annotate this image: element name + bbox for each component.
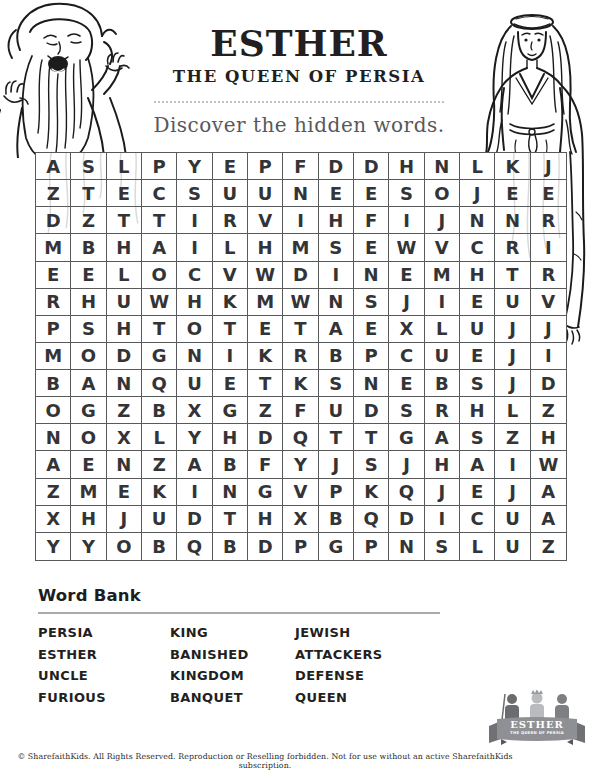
grid-cell[interactable]: E <box>460 343 495 370</box>
word-bank-column: PERSIA ESTHER UNCLE FURIOUS <box>38 622 170 708</box>
grid-cell[interactable]: S <box>177 180 212 207</box>
grid-cell[interactable]: G <box>213 397 248 424</box>
grid-cell[interactable]: N <box>107 451 142 478</box>
grid-cell[interactable]: A <box>460 451 495 478</box>
grid-cell[interactable]: C <box>460 506 495 533</box>
word-bank-column: KING BANISHED KINGDOM BANQUET <box>170 622 295 708</box>
word-bank-item: KINGDOM <box>170 665 295 687</box>
grid-cell[interactable]: E <box>354 234 389 261</box>
grid-cell[interactable]: X <box>283 506 318 533</box>
grid-cell[interactable]: S <box>425 533 460 560</box>
grid-cell[interactable]: U <box>142 506 177 533</box>
grid-cell[interactable]: Z <box>142 451 177 478</box>
grid-cell[interactable]: J <box>107 506 142 533</box>
grid-cell[interactable]: N <box>354 370 389 397</box>
grid-cell[interactable]: M <box>71 479 106 506</box>
grid-cell[interactable]: B <box>425 370 460 397</box>
sharefaith-esther-badge: ESTHER THE QUEEN OF PERSIA <box>489 690 585 748</box>
grid-cell[interactable]: R <box>36 289 71 316</box>
grid-cell[interactable]: N <box>354 262 389 289</box>
grid-cell[interactable]: N <box>283 180 318 207</box>
grid-cell[interactable]: N <box>213 479 248 506</box>
grid-cell[interactable]: C <box>460 234 495 261</box>
grid-cell[interactable]: Z <box>495 424 530 451</box>
grid-cell[interactable]: T <box>495 262 530 289</box>
grid-cell[interactable]: M <box>425 262 460 289</box>
grid-cell[interactable]: Z <box>71 207 106 234</box>
grid-cell[interactable]: W <box>389 234 424 261</box>
grid-cell[interactable]: C <box>142 180 177 207</box>
grid-cell[interactable]: A <box>71 370 106 397</box>
word-bank-item: BANQUET <box>170 687 295 709</box>
grid-cell[interactable]: U <box>248 180 283 207</box>
grid-cell[interactable]: Y <box>36 533 71 560</box>
grid-cell[interactable]: E <box>389 262 424 289</box>
grid-cell[interactable]: T <box>142 316 177 343</box>
grid-cell[interactable]: X <box>107 424 142 451</box>
grid-cell[interactable]: Z <box>36 180 71 207</box>
grid-cell[interactable]: T <box>319 424 354 451</box>
grid-cell[interactable]: J <box>531 316 566 343</box>
grid-cell[interactable]: O <box>142 262 177 289</box>
grid-cell[interactable]: S <box>460 370 495 397</box>
grid-cell[interactable]: E <box>319 180 354 207</box>
grid-cell[interactable]: B <box>36 370 71 397</box>
grid-cell[interactable]: L <box>460 533 495 560</box>
grid-cell[interactable]: J <box>495 370 530 397</box>
grid-cell[interactable]: H <box>248 506 283 533</box>
grid-cell[interactable]: K <box>495 153 530 180</box>
grid-cell[interactable]: O <box>71 343 106 370</box>
page-subtitle: THE QUEEN OF PERSIA <box>0 69 598 86</box>
grid-cell[interactable]: S <box>354 451 389 478</box>
grid-cell[interactable]: O <box>107 533 142 560</box>
word-bank-item: QUEEN <box>295 687 383 709</box>
grid-cell[interactable]: A <box>36 451 71 478</box>
grid-cell[interactable]: S <box>389 397 424 424</box>
word-bank: Word Bank PERSIA ESTHER UNCLE FURIOUS KI… <box>38 586 508 708</box>
grid-cell[interactable]: L <box>213 234 248 261</box>
grid-cell[interactable]: Z <box>531 533 566 560</box>
grid-cell[interactable]: D <box>283 262 318 289</box>
grid-cell[interactable]: F <box>248 451 283 478</box>
grid-cell[interactable]: B <box>319 506 354 533</box>
grid-cell[interactable]: W <box>248 262 283 289</box>
grid-cell[interactable]: E <box>531 180 566 207</box>
word-bank-item: JEWISH <box>295 622 383 644</box>
grid-cell[interactable]: N <box>460 207 495 234</box>
page-title: ESTHER <box>0 25 598 61</box>
grid-cell[interactable]: I <box>495 451 530 478</box>
grid-cell[interactable]: J <box>389 289 424 316</box>
grid-cell[interactable]: E <box>71 262 106 289</box>
grid-cell[interactable]: T <box>142 207 177 234</box>
grid-cell[interactable]: A <box>142 234 177 261</box>
grid-cell[interactable]: B <box>213 533 248 560</box>
word-bank-item: FURIOUS <box>38 687 170 709</box>
grid-cell[interactable]: V <box>531 289 566 316</box>
grid-cell[interactable]: V <box>248 207 283 234</box>
grid-cell[interactable]: D <box>319 153 354 180</box>
grid-cell[interactable]: I <box>213 343 248 370</box>
grid-cell[interactable]: W <box>531 451 566 478</box>
grid-cell[interactable]: X <box>177 397 212 424</box>
grid-cell[interactable]: E <box>354 180 389 207</box>
grid-cell[interactable]: A <box>531 479 566 506</box>
grid-cell[interactable]: S <box>71 316 106 343</box>
grid-cell[interactable]: H <box>319 207 354 234</box>
grid-cell[interactable]: C <box>177 262 212 289</box>
grid-cell[interactable]: V <box>283 479 318 506</box>
grid-cell[interactable]: H <box>248 234 283 261</box>
grid-cell[interactable]: H <box>107 316 142 343</box>
grid-cell[interactable]: G <box>71 397 106 424</box>
grid-cell[interactable]: N <box>319 289 354 316</box>
grid-cell[interactable]: T <box>213 316 248 343</box>
badge-subtitle: THE QUEEN OF PERSIA <box>489 730 585 735</box>
grid-cell[interactable]: P <box>354 533 389 560</box>
grid-cell[interactable]: Q <box>389 479 424 506</box>
grid-cell[interactable]: S <box>319 370 354 397</box>
grid-cell[interactable]: J <box>425 479 460 506</box>
grid-cell[interactable]: N <box>177 343 212 370</box>
grid-cell[interactable]: O <box>71 424 106 451</box>
grid-cell[interactable]: I <box>283 207 318 234</box>
grid-cell[interactable]: H <box>107 234 142 261</box>
word-bank-rule <box>38 612 440 614</box>
grid-cell[interactable]: I <box>531 234 566 261</box>
grid-cell[interactable]: D <box>36 207 71 234</box>
grid-cell[interactable]: D <box>248 533 283 560</box>
grid-cell[interactable]: L <box>142 424 177 451</box>
grid-cell[interactable]: M <box>248 289 283 316</box>
grid-cell[interactable]: Z <box>107 397 142 424</box>
grid-cell[interactable]: Z <box>531 397 566 424</box>
grid-cell[interactable]: D <box>177 506 212 533</box>
grid-cell[interactable]: P <box>319 479 354 506</box>
grid-cell[interactable]: J <box>495 479 530 506</box>
grid-cell[interactable]: U <box>460 316 495 343</box>
grid-cell[interactable]: L <box>107 262 142 289</box>
grid-cell[interactable]: X <box>389 316 424 343</box>
grid-cell[interactable]: I <box>177 234 212 261</box>
grid-cell[interactable]: K <box>142 479 177 506</box>
copyright-text: © SharefaithKids. All Rights Reserved. R… <box>0 752 530 770</box>
word-search-grid: ASLPYEPFDDHNLKJZTECSUUNEESOJEEDZTTIRVIHF… <box>36 153 566 560</box>
grid-cell[interactable]: M <box>283 234 318 261</box>
grid-cell[interactable]: O <box>36 397 71 424</box>
grid-cell[interactable]: A <box>177 451 212 478</box>
grid-cell[interactable]: T <box>354 424 389 451</box>
word-search-board: ASLPYEPFDDHNLKJZTECSUUNEESOJEEDZTTIRVIHF… <box>35 152 567 561</box>
grid-cell[interactable]: S <box>389 180 424 207</box>
grid-cell[interactable]: J <box>389 451 424 478</box>
grid-cell[interactable]: U <box>495 289 530 316</box>
dotted-divider <box>154 101 444 103</box>
grid-cell[interactable]: T <box>213 506 248 533</box>
word-bank-item: PERSIA <box>38 622 170 644</box>
grid-cell[interactable]: E <box>107 180 142 207</box>
grid-cell[interactable]: D <box>389 506 424 533</box>
grid-cell[interactable]: O <box>177 316 212 343</box>
grid-cell[interactable]: U <box>107 289 142 316</box>
grid-cell[interactable]: Z <box>36 479 71 506</box>
grid-cell[interactable]: Z <box>248 397 283 424</box>
grid-cell[interactable]: I <box>319 262 354 289</box>
grid-cell[interactable]: V <box>425 234 460 261</box>
grid-cell[interactable]: K <box>213 289 248 316</box>
badge-title: ESTHER <box>489 719 585 730</box>
grid-cell[interactable]: E <box>107 479 142 506</box>
grid-cell[interactable]: W <box>283 289 318 316</box>
grid-cell[interactable]: Q <box>142 370 177 397</box>
grid-cell[interactable]: E <box>213 153 248 180</box>
grid-cell[interactable]: I <box>531 343 566 370</box>
grid-cell[interactable]: R <box>425 397 460 424</box>
grid-cell[interactable]: X <box>36 506 71 533</box>
grid-cell[interactable]: H <box>389 153 424 180</box>
grid-cell[interactable]: A <box>425 424 460 451</box>
grid-cell[interactable]: E <box>213 370 248 397</box>
grid-cell[interactable]: H <box>460 262 495 289</box>
grid-cell[interactable]: N <box>495 207 530 234</box>
grid-cell[interactable]: E <box>354 316 389 343</box>
grid-cell[interactable]: A <box>319 316 354 343</box>
word-bank-item: ESTHER <box>38 644 170 666</box>
grid-cell[interactable]: I <box>177 479 212 506</box>
grid-cell[interactable]: J <box>531 153 566 180</box>
grid-cell[interactable]: L <box>425 316 460 343</box>
grid-cell[interactable]: I <box>425 289 460 316</box>
word-bank-item: BANISHED <box>170 644 295 666</box>
grid-cell[interactable]: Q <box>354 506 389 533</box>
grid-cell[interactable]: R <box>531 207 566 234</box>
word-bank-item: ATTACKERS <box>295 644 383 666</box>
grid-cell[interactable]: P <box>36 316 71 343</box>
grid-cell[interactable]: U <box>495 533 530 560</box>
grid-cell[interactable]: B <box>71 234 106 261</box>
grid-cell[interactable]: G <box>142 343 177 370</box>
grid-cell[interactable]: U <box>495 506 530 533</box>
grid-cell[interactable]: K <box>248 343 283 370</box>
grid-cell[interactable]: N <box>425 153 460 180</box>
word-bank-heading: Word Bank <box>38 586 508 605</box>
grid-cell[interactable]: T <box>283 316 318 343</box>
grid-cell[interactable]: E <box>36 262 71 289</box>
grid-cell[interactable]: L <box>107 153 142 180</box>
grid-cell[interactable]: Y <box>71 533 106 560</box>
grid-cell[interactable]: B <box>142 533 177 560</box>
grid-cell[interactable]: G <box>389 424 424 451</box>
grid-cell[interactable]: E <box>460 289 495 316</box>
grid-cell[interactable]: R <box>531 262 566 289</box>
grid-cell[interactable]: F <box>354 207 389 234</box>
word-bank-item: DEFENSE <box>295 665 383 687</box>
grid-cell[interactable]: P <box>248 153 283 180</box>
grid-cell[interactable]: R <box>283 343 318 370</box>
grid-cell[interactable]: F <box>283 397 318 424</box>
grid-cell[interactable]: E <box>389 370 424 397</box>
grid-cell[interactable]: W <box>142 289 177 316</box>
grid-cell[interactable]: D <box>531 370 566 397</box>
grid-cell[interactable]: Y <box>283 451 318 478</box>
grid-cell[interactable]: I <box>425 506 460 533</box>
grid-cell[interactable]: J <box>425 207 460 234</box>
grid-cell[interactable]: H <box>531 424 566 451</box>
grid-cell[interactable]: B <box>213 451 248 478</box>
grid-cell[interactable]: S <box>460 424 495 451</box>
grid-cell[interactable]: J <box>319 451 354 478</box>
grid-cell[interactable]: I <box>177 207 212 234</box>
grid-cell[interactable]: E <box>71 451 106 478</box>
grid-cell[interactable]: J <box>495 343 530 370</box>
grid-cell[interactable]: V <box>213 262 248 289</box>
grid-cell[interactable]: E <box>460 479 495 506</box>
grid-cell[interactable]: D <box>354 397 389 424</box>
grid-cell[interactable]: U <box>319 397 354 424</box>
grid-cell[interactable]: J <box>495 316 530 343</box>
grid-cell[interactable]: B <box>142 397 177 424</box>
grid-cell[interactable]: N <box>107 370 142 397</box>
grid-cell[interactable]: J <box>460 180 495 207</box>
grid-cell[interactable]: M <box>36 234 71 261</box>
grid-cell[interactable]: S <box>71 153 106 180</box>
grid-cell[interactable]: M <box>36 343 71 370</box>
grid-cell[interactable]: H <box>213 424 248 451</box>
grid-cell[interactable]: F <box>283 153 318 180</box>
grid-cell[interactable]: N <box>36 424 71 451</box>
grid-cell[interactable]: G <box>248 479 283 506</box>
grid-cell[interactable]: T <box>107 207 142 234</box>
grid-cell[interactable]: I <box>389 207 424 234</box>
grid-cell[interactable]: E <box>248 316 283 343</box>
grid-cell[interactable]: Y <box>177 153 212 180</box>
grid-cell[interactable]: C <box>389 343 424 370</box>
grid-cell[interactable]: Q <box>283 424 318 451</box>
grid-cell[interactable]: A <box>531 506 566 533</box>
word-bank-column: JEWISH ATTACKERS DEFENSE QUEEN <box>295 622 383 708</box>
grid-cell[interactable]: L <box>495 397 530 424</box>
grid-cell[interactable]: H <box>460 397 495 424</box>
grid-cell[interactable]: N <box>389 533 424 560</box>
grid-cell[interactable]: P <box>142 153 177 180</box>
grid-cell[interactable]: S <box>354 289 389 316</box>
grid-cell[interactable]: B <box>319 343 354 370</box>
grid-cell[interactable]: K <box>354 479 389 506</box>
grid-cell[interactable]: G <box>319 533 354 560</box>
grid-cell[interactable]: U <box>177 370 212 397</box>
grid-cell[interactable]: U <box>425 343 460 370</box>
grid-cell[interactable]: L <box>460 153 495 180</box>
grid-cell[interactable]: H <box>425 451 460 478</box>
word-bank-item: UNCLE <box>38 665 170 687</box>
grid-cell[interactable]: A <box>36 153 71 180</box>
grid-cell[interactable]: U <box>213 180 248 207</box>
grid-cell[interactable]: E <box>495 180 530 207</box>
grid-cell[interactable]: O <box>425 180 460 207</box>
grid-cell[interactable]: Y <box>177 424 212 451</box>
grid-cell[interactable]: P <box>354 343 389 370</box>
grid-cell[interactable]: P <box>283 533 318 560</box>
grid-cell[interactable]: D <box>248 424 283 451</box>
grid-cell[interactable]: H <box>71 289 106 316</box>
grid-cell[interactable]: R <box>213 207 248 234</box>
grid-cell[interactable]: D <box>107 343 142 370</box>
grid-cell[interactable]: H <box>71 506 106 533</box>
grid-cell[interactable]: R <box>495 234 530 261</box>
header: ESTHER THE QUEEN OF PERSIA Discover the … <box>0 25 598 137</box>
grid-cell[interactable]: H <box>177 289 212 316</box>
instruction-text: Discover the hidden words. <box>0 113 598 137</box>
grid-cell[interactable]: K <box>283 370 318 397</box>
grid-cell[interactable]: S <box>319 234 354 261</box>
grid-cell[interactable]: T <box>248 370 283 397</box>
grid-cell[interactable]: Q <box>177 533 212 560</box>
word-bank-item: KING <box>170 622 295 644</box>
grid-cell[interactable]: T <box>71 180 106 207</box>
grid-cell[interactable]: D <box>354 153 389 180</box>
